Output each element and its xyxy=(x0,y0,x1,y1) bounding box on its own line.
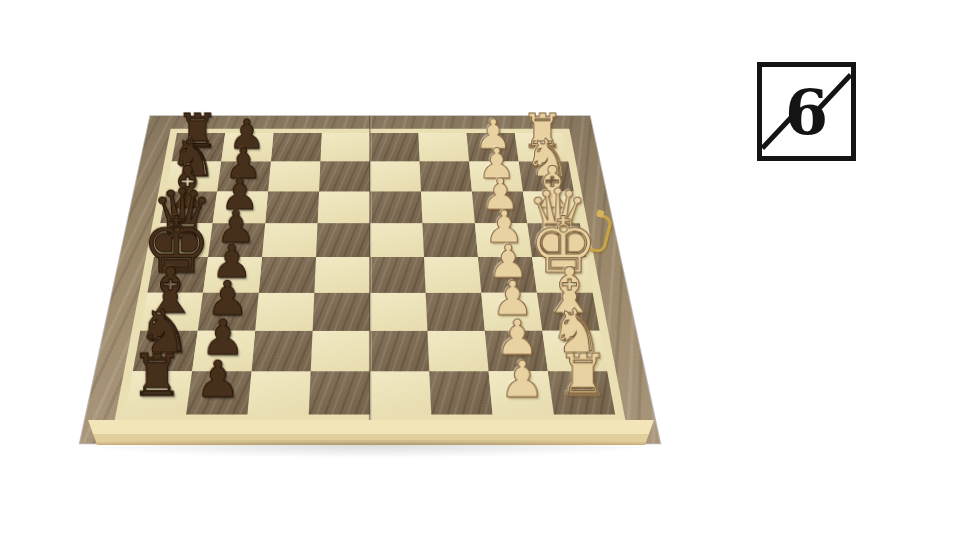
square-d3 xyxy=(422,223,478,257)
square-g2: ♟ xyxy=(485,331,548,372)
square-g4 xyxy=(370,331,429,372)
square-d7: ♟ xyxy=(208,223,265,257)
square-b4 xyxy=(370,161,421,191)
square-h5 xyxy=(309,371,370,414)
square-g7: ♟ xyxy=(192,331,255,372)
square-f6 xyxy=(255,293,314,331)
badge-number: 6 xyxy=(762,67,851,156)
square-e6 xyxy=(259,257,316,293)
square-g1: ♞ xyxy=(542,331,607,372)
square-h7: ♟ xyxy=(186,371,251,414)
square-c4 xyxy=(370,191,422,223)
black-rook-h8: ♜ xyxy=(131,346,184,405)
board-shadow xyxy=(78,440,662,458)
square-h3 xyxy=(429,371,492,414)
black-rook-a8: ♜ xyxy=(176,108,219,155)
square-e5 xyxy=(314,257,370,293)
square-f1: ♝ xyxy=(537,293,600,331)
square-f7: ♟ xyxy=(198,293,259,331)
square-h6 xyxy=(247,371,310,414)
white-rook-h1: ♜ xyxy=(557,346,610,405)
square-a3 xyxy=(418,133,469,161)
square-b1: ♞ xyxy=(519,161,574,191)
square-e1: ♚ xyxy=(532,257,593,293)
black-pawn-a7: ♟ xyxy=(228,114,265,155)
white-rook-a1: ♜ xyxy=(521,108,564,155)
square-a7: ♟ xyxy=(221,133,273,161)
square-c1: ♝ xyxy=(523,191,580,223)
square-e3 xyxy=(424,257,481,293)
square-f2: ♟ xyxy=(481,293,542,331)
square-g6 xyxy=(251,331,312,372)
square-c5 xyxy=(318,191,370,223)
square-d1: ♛ xyxy=(527,223,586,257)
square-h8: ♜ xyxy=(125,371,192,414)
square-d4 xyxy=(370,223,424,257)
square-g3 xyxy=(427,331,488,372)
square-f5 xyxy=(313,293,370,331)
square-h4 xyxy=(370,371,431,414)
square-e2: ♟ xyxy=(478,257,537,293)
square-b3 xyxy=(420,161,472,191)
square-e4 xyxy=(370,257,426,293)
product-photo: ♜♟♟♜♞♟♟♞♝♟♟♝♛♟♟♛♚♟♟♚♝♟♟♝♞♟♟♞♜♟♟♜ 6 xyxy=(0,0,960,550)
square-h2: ♟ xyxy=(489,371,554,414)
square-b8: ♞ xyxy=(166,161,221,191)
square-c8: ♝ xyxy=(160,191,217,223)
square-f8: ♝ xyxy=(140,293,203,331)
square-d5 xyxy=(316,223,370,257)
square-f3 xyxy=(426,293,485,331)
square-g5 xyxy=(311,331,370,372)
square-a4 xyxy=(370,133,420,161)
square-b7: ♟ xyxy=(217,161,271,191)
square-f4 xyxy=(370,293,427,331)
square-e7: ♟ xyxy=(203,257,262,293)
image-number-badge: 6 xyxy=(757,62,856,161)
square-a8: ♜ xyxy=(172,133,226,161)
square-e8: ♚ xyxy=(147,257,208,293)
square-b2: ♟ xyxy=(469,161,523,191)
square-d2: ♟ xyxy=(475,223,532,257)
folding-chess-board: ♜♟♟♜♞♟♟♞♝♟♟♝♛♟♟♛♚♟♟♚♝♟♟♝♞♟♟♞♜♟♟♜ xyxy=(80,116,660,444)
square-b5 xyxy=(319,161,370,191)
square-c7: ♟ xyxy=(213,191,268,223)
square-c2: ♟ xyxy=(472,191,527,223)
square-g8: ♞ xyxy=(133,331,198,372)
square-a2: ♟ xyxy=(467,133,519,161)
square-h1: ♜ xyxy=(548,371,615,414)
square-a1: ♜ xyxy=(515,133,569,161)
square-c3 xyxy=(421,191,475,223)
square-a6 xyxy=(271,133,322,161)
square-d6 xyxy=(262,223,318,257)
square-c6 xyxy=(265,191,319,223)
square-b6 xyxy=(268,161,320,191)
square-a5 xyxy=(320,133,370,161)
white-pawn-a2: ♟ xyxy=(475,114,512,155)
square-d8: ♛ xyxy=(154,223,213,257)
